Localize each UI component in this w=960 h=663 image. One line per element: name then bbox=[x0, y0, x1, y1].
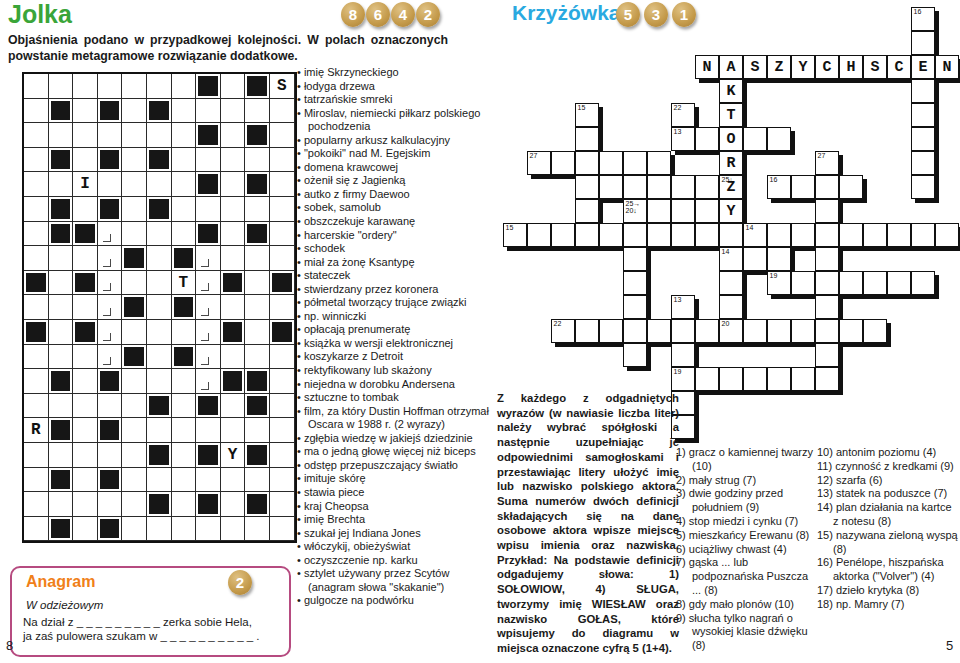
krzyzowka-empty-cell[interactable] bbox=[839, 319, 863, 343]
krzyzowka-empty-cell[interactable] bbox=[647, 199, 671, 223]
krzyzowka-empty-cell[interactable] bbox=[527, 223, 551, 247]
jolka-empty-cell[interactable] bbox=[24, 246, 49, 271]
jolka-empty-cell[interactable] bbox=[196, 295, 221, 320]
jolka-empty-cell[interactable] bbox=[49, 345, 74, 370]
krzyzowka-empty-cell[interactable] bbox=[719, 223, 743, 247]
jolka-empty-cell[interactable] bbox=[270, 222, 295, 247]
jolka-empty-cell[interactable] bbox=[24, 172, 49, 197]
jolka-empty-cell[interactable] bbox=[221, 492, 246, 517]
jolka-empty-cell[interactable] bbox=[147, 271, 172, 296]
krzyzowka-empty-cell[interactable] bbox=[911, 31, 935, 55]
krzyzowka-empty-cell[interactable] bbox=[575, 223, 599, 247]
krzyzowka-empty-cell[interactable] bbox=[863, 223, 887, 247]
krzyzowka-empty-cell[interactable] bbox=[623, 271, 647, 295]
krzyzowka-empty-cell[interactable] bbox=[767, 319, 791, 343]
jolka-empty-cell[interactable] bbox=[122, 271, 147, 296]
krzyzowka-empty-cell[interactable]: 22 bbox=[551, 319, 575, 343]
jolka-empty-cell[interactable] bbox=[147, 246, 172, 271]
jolka-empty-cell[interactable] bbox=[172, 492, 197, 517]
jolka-empty-cell[interactable] bbox=[73, 99, 98, 124]
jolka-empty-cell[interactable] bbox=[122, 222, 147, 247]
jolka-letter-cell-Y: Y bbox=[221, 443, 246, 468]
jolka-empty-cell[interactable] bbox=[49, 246, 74, 271]
krzyzowka-empty-cell[interactable] bbox=[815, 271, 839, 295]
krzyzowka-empty-cell[interactable]: 13 bbox=[671, 127, 695, 151]
jolka-empty-cell[interactable] bbox=[73, 492, 98, 517]
krzyzowka-empty-cell[interactable] bbox=[575, 151, 599, 175]
jolka-empty-cell[interactable] bbox=[24, 369, 49, 394]
jolka-empty-cell[interactable] bbox=[49, 320, 74, 345]
jolka-empty-cell[interactable] bbox=[73, 443, 98, 468]
jolka-empty-cell[interactable] bbox=[24, 222, 49, 247]
krzyzowka-empty-cell[interactable] bbox=[815, 175, 839, 199]
jolka-empty-cell[interactable] bbox=[49, 394, 74, 419]
jolka-empty-cell[interactable] bbox=[122, 517, 147, 542]
krzyzowka-empty-cell[interactable] bbox=[719, 271, 743, 295]
krzyzowka-empty-cell[interactable] bbox=[887, 223, 911, 247]
krzyzowka-given-letter: H bbox=[840, 56, 862, 78]
jolka-clue: • sztylet używany przez Scytów (anagram … bbox=[297, 567, 495, 594]
jolka-empty-cell[interactable] bbox=[49, 295, 74, 320]
jolka-empty-cell[interactable] bbox=[196, 197, 221, 222]
jolka-empty-cell[interactable] bbox=[172, 74, 197, 99]
krzyzowka-empty-cell[interactable] bbox=[719, 295, 743, 319]
krzyzowka-clue: 15) nazywana zieloną wyspą (8) bbox=[817, 529, 960, 557]
page-number-left: 8 bbox=[6, 638, 13, 653]
krzyzowka-entry-number: 16 bbox=[770, 176, 778, 183]
krzyzowka-empty-cell[interactable] bbox=[695, 319, 719, 343]
krzyzowka-empty-cell[interactable] bbox=[911, 271, 935, 295]
krzyzowka-empty-cell[interactable] bbox=[623, 223, 647, 247]
jolka-empty-cell[interactable] bbox=[98, 345, 123, 370]
krzyzowka-empty-cell[interactable] bbox=[767, 367, 791, 391]
krzyzowka-empty-cell[interactable]: 19 bbox=[767, 271, 791, 295]
jolka-empty-cell[interactable] bbox=[122, 197, 147, 222]
krzyzowka-empty-cell[interactable] bbox=[599, 319, 623, 343]
jolka-empty-cell[interactable] bbox=[98, 443, 123, 468]
krzyzowka-empty-cell[interactable] bbox=[839, 175, 863, 199]
jolka-empty-cell[interactable] bbox=[172, 418, 197, 443]
krzyzowka-empty-cell[interactable] bbox=[623, 295, 647, 319]
krzyzowka-given-letter: N bbox=[936, 56, 958, 78]
jolka-empty-cell[interactable] bbox=[24, 492, 49, 517]
krzyzowka-empty-cell[interactable] bbox=[623, 175, 647, 199]
jolka-empty-cell[interactable] bbox=[245, 517, 270, 542]
jolka-empty-cell[interactable] bbox=[196, 468, 221, 493]
jolka-empty-cell[interactable] bbox=[221, 394, 246, 419]
jolka-empty-cell[interactable] bbox=[245, 320, 270, 345]
krzyzowka-empty-cell[interactable] bbox=[647, 175, 671, 199]
krzyzowka-empty-cell[interactable] bbox=[599, 223, 623, 247]
krzyzowka-empty-cell[interactable] bbox=[551, 151, 575, 175]
krzyzowka-empty-cell[interactable]: 22 bbox=[671, 103, 695, 127]
jolka-empty-cell[interactable] bbox=[98, 271, 123, 296]
jolka-black-cell bbox=[245, 74, 270, 99]
jolka-empty-cell[interactable] bbox=[245, 271, 270, 296]
jolka-empty-cell[interactable] bbox=[270, 443, 295, 468]
jolka-empty-cell[interactable] bbox=[24, 123, 49, 148]
jolka-empty-cell[interactable] bbox=[172, 197, 197, 222]
jolka-empty-cell[interactable] bbox=[73, 468, 98, 493]
krzyzowka-letter-cell-S: S bbox=[863, 55, 887, 79]
jolka-empty-cell[interactable] bbox=[172, 320, 197, 345]
jolka-empty-cell[interactable] bbox=[245, 295, 270, 320]
krzyzowka-empty-cell[interactable] bbox=[911, 151, 935, 175]
jolka-empty-cell[interactable] bbox=[245, 99, 270, 124]
jolka-empty-cell[interactable] bbox=[221, 418, 246, 443]
jolka-empty-cell[interactable] bbox=[122, 394, 147, 419]
krzyzowka-empty-cell[interactable] bbox=[671, 319, 695, 343]
jolka-clue: • oczyszczenie np. karku bbox=[297, 554, 495, 568]
krzyzowka-empty-cell[interactable] bbox=[575, 127, 599, 151]
krzyzowka-empty-cell[interactable] bbox=[551, 223, 575, 247]
jolka-empty-cell[interactable] bbox=[221, 172, 246, 197]
krzyzowka-empty-cell[interactable]: 27 bbox=[815, 151, 839, 175]
jolka-clue: • harcerskie "ordery" bbox=[297, 229, 495, 243]
jolka-empty-cell[interactable] bbox=[245, 246, 270, 271]
jolka-clue: • Miroslav, niemiecki piłkarz polskiego … bbox=[297, 107, 495, 134]
krzyzowka-clue: 4) stop miedzi i cynku (7) bbox=[676, 515, 816, 529]
krzyzowka-empty-cell[interactable] bbox=[791, 367, 815, 391]
jolka-empty-cell[interactable] bbox=[270, 172, 295, 197]
jolka-empty-cell[interactable] bbox=[172, 468, 197, 493]
jolka-empty-cell[interactable] bbox=[122, 123, 147, 148]
jolka-empty-cell[interactable] bbox=[172, 394, 197, 419]
page-number-right: 5 bbox=[946, 638, 953, 653]
jolka-empty-cell[interactable] bbox=[24, 468, 49, 493]
jolka-empty-cell[interactable] bbox=[270, 394, 295, 419]
jolka-empty-cell[interactable] bbox=[147, 418, 172, 443]
krzyzowka-empty-cell[interactable] bbox=[671, 199, 695, 223]
jolka-empty-cell[interactable] bbox=[196, 320, 221, 345]
krzyzowka-empty-cell[interactable] bbox=[695, 175, 719, 199]
krzyzowka-empty-cell[interactable] bbox=[863, 319, 887, 343]
jolka-empty-cell[interactable] bbox=[73, 345, 98, 370]
jolka-empty-cell[interactable] bbox=[24, 99, 49, 124]
krzyzowka-empty-cell[interactable] bbox=[623, 247, 647, 271]
jolka-empty-cell[interactable] bbox=[147, 345, 172, 370]
krzyzowka-empty-cell[interactable] bbox=[791, 223, 815, 247]
krzyzowka-empty-cell[interactable] bbox=[623, 319, 647, 343]
jolka-clue: • autko z firmy Daewoo bbox=[297, 188, 495, 202]
jolka-empty-cell[interactable] bbox=[73, 295, 98, 320]
krzyzowka-empty-cell[interactable] bbox=[815, 295, 839, 319]
jolka-empty-cell[interactable] bbox=[98, 246, 123, 271]
krzyzowka-clue: 14) plan działania na kartce z notesu (8… bbox=[817, 501, 960, 529]
jolka-empty-cell[interactable] bbox=[270, 492, 295, 517]
jolka-empty-cell[interactable] bbox=[147, 222, 172, 247]
jolka-empty-cell[interactable] bbox=[73, 369, 98, 394]
jolka-empty-cell[interactable] bbox=[98, 394, 123, 419]
jolka-empty-cell[interactable] bbox=[73, 246, 98, 271]
jolka-empty-cell[interactable] bbox=[122, 320, 147, 345]
jolka-empty-cell[interactable] bbox=[122, 443, 147, 468]
krzyzowka-empty-cell[interactable] bbox=[743, 319, 767, 343]
jolka-empty-cell[interactable] bbox=[172, 172, 197, 197]
jolka-empty-cell[interactable] bbox=[270, 197, 295, 222]
krzyzowka-empty-cell[interactable] bbox=[767, 247, 791, 271]
jolka-empty-cell[interactable] bbox=[172, 99, 197, 124]
jolka-empty-cell[interactable] bbox=[98, 123, 123, 148]
jolka-empty-cell[interactable] bbox=[270, 148, 295, 173]
krzyzowka-empty-cell[interactable] bbox=[719, 367, 743, 391]
krzyzowka-empty-cell[interactable]: 20 bbox=[719, 319, 743, 343]
jolka-empty-cell[interactable] bbox=[147, 320, 172, 345]
krzyzowka-empty-cell[interactable] bbox=[743, 247, 767, 271]
krzyzowka-empty-cell[interactable] bbox=[911, 223, 935, 247]
jolka-empty-cell[interactable] bbox=[98, 222, 123, 247]
jolka-empty-cell[interactable] bbox=[122, 369, 147, 394]
jolka-black-cell bbox=[245, 222, 270, 247]
krzyzowka-empty-cell[interactable] bbox=[791, 271, 815, 295]
jolka-empty-cell[interactable] bbox=[24, 345, 49, 370]
krzyzowka-empty-cell[interactable] bbox=[815, 319, 839, 343]
krzyzowka-empty-cell[interactable]: 13 bbox=[671, 295, 695, 319]
krzyzowka-clue: 13) statek na poduszce (7) bbox=[817, 487, 960, 501]
metagram-corner-mark bbox=[201, 382, 209, 390]
krzyzowka-empty-cell[interactable] bbox=[743, 127, 767, 151]
jolka-empty-cell[interactable] bbox=[270, 468, 295, 493]
krzyzowka-empty-cell[interactable] bbox=[695, 223, 719, 247]
jolka-black-cell bbox=[147, 394, 172, 419]
krzyzowka-empty-cell[interactable] bbox=[599, 151, 623, 175]
jolka-empty-cell[interactable] bbox=[196, 99, 221, 124]
jolka-clue: • gulgocze na podwórku bbox=[297, 594, 495, 608]
anagram-fill-line-1[interactable]: Na dział z _ _ _ _ _ _ _ _ _ zerka sobie… bbox=[23, 616, 252, 628]
jolka-empty-cell[interactable] bbox=[122, 492, 147, 517]
jolka-empty-cell[interactable] bbox=[196, 418, 221, 443]
jolka-black-cell bbox=[147, 99, 172, 124]
jolka-empty-cell[interactable] bbox=[221, 222, 246, 247]
anagram-fill-line-2[interactable]: ja zaś pulowera szukam w _ _ _ _ _ _ _ _… bbox=[23, 630, 260, 642]
jolka-clue: • łodyga drzewa bbox=[297, 80, 495, 94]
jolka-empty-cell[interactable] bbox=[221, 99, 246, 124]
jolka-empty-cell[interactable] bbox=[147, 517, 172, 542]
jolka-black-cell bbox=[245, 172, 270, 197]
jolka-empty-cell[interactable] bbox=[49, 123, 74, 148]
krzyzowka-empty-cell[interactable] bbox=[575, 175, 599, 199]
jolka-empty-cell[interactable] bbox=[245, 418, 270, 443]
jolka-empty-cell[interactable] bbox=[245, 148, 270, 173]
jolka-black-cell bbox=[98, 148, 123, 173]
jolka-black-cell bbox=[49, 517, 74, 542]
krzyzowka-given-letter: T bbox=[720, 104, 742, 126]
krzyzowka-empty-cell[interactable] bbox=[623, 151, 647, 175]
jolka-empty-cell[interactable] bbox=[73, 123, 98, 148]
jolka-empty-cell[interactable] bbox=[270, 246, 295, 271]
jolka-badge-2: 2 bbox=[416, 2, 440, 27]
krzyzowka-empty-cell[interactable]: 16 bbox=[911, 7, 935, 31]
jolka-empty-cell[interactable] bbox=[49, 172, 74, 197]
krzyzowka-empty-cell[interactable] bbox=[911, 175, 935, 199]
jolka-empty-cell[interactable] bbox=[270, 123, 295, 148]
jolka-empty-cell[interactable] bbox=[49, 271, 74, 296]
krzyzowka-empty-cell[interactable] bbox=[911, 103, 935, 127]
jolka-empty-cell[interactable] bbox=[172, 148, 197, 173]
jolka-empty-cell[interactable] bbox=[122, 172, 147, 197]
krzyzowka-empty-cell[interactable]: 27 bbox=[527, 151, 551, 175]
krzyzowka-given-letter: C bbox=[888, 56, 910, 78]
jolka-empty-cell[interactable] bbox=[147, 295, 172, 320]
jolka-empty-cell[interactable] bbox=[270, 99, 295, 124]
jolka-empty-cell[interactable] bbox=[196, 345, 221, 370]
jolka-empty-cell[interactable] bbox=[24, 197, 49, 222]
jolka-empty-cell[interactable] bbox=[98, 320, 123, 345]
jolka-empty-cell[interactable] bbox=[270, 517, 295, 542]
jolka-empty-cell[interactable] bbox=[73, 74, 98, 99]
jolka-empty-cell[interactable] bbox=[147, 468, 172, 493]
jolka-empty-cell[interactable] bbox=[245, 468, 270, 493]
jolka-empty-cell[interactable] bbox=[245, 345, 270, 370]
jolka-empty-cell[interactable] bbox=[270, 345, 295, 370]
krzyzowka-letter-cell-R: R bbox=[719, 151, 743, 175]
jolka-empty-cell[interactable] bbox=[73, 517, 98, 542]
jolka-empty-cell[interactable] bbox=[221, 468, 246, 493]
jolka-empty-cell[interactable] bbox=[24, 517, 49, 542]
krzyzowka-empty-cell[interactable] bbox=[647, 151, 671, 175]
krzyzowka-given-letter: E bbox=[912, 56, 934, 78]
krzyzowka-empty-cell[interactable]: 14 bbox=[719, 247, 743, 271]
krzyzowka-clue: 18) np. Mamry (7) bbox=[817, 598, 960, 612]
jolka-empty-cell[interactable] bbox=[221, 197, 246, 222]
jolka-letter-cell-S: S bbox=[270, 74, 295, 99]
jolka-empty-cell[interactable] bbox=[49, 492, 74, 517]
krzyzowka-empty-cell[interactable]: 15 bbox=[503, 223, 527, 247]
krzyzowka-empty-cell[interactable] bbox=[623, 343, 647, 367]
jolka-empty-cell[interactable] bbox=[24, 74, 49, 99]
krzyzowka-empty-cell[interactable] bbox=[647, 223, 671, 247]
krzyzowka-empty-cell[interactable]: 16 bbox=[767, 175, 791, 199]
krzyzowka-empty-cell[interactable] bbox=[791, 319, 815, 343]
krzyzowka-empty-cell[interactable] bbox=[695, 367, 719, 391]
jolka-black-cell bbox=[98, 197, 123, 222]
jolka-empty-cell[interactable] bbox=[147, 369, 172, 394]
krzyzowka-empty-cell[interactable] bbox=[575, 319, 599, 343]
jolka-empty-cell[interactable] bbox=[196, 369, 221, 394]
jolka-badge-6: 6 bbox=[366, 2, 390, 27]
jolka-empty-cell[interactable] bbox=[172, 123, 197, 148]
jolka-empty-cell[interactable] bbox=[98, 295, 123, 320]
jolka-empty-cell[interactable] bbox=[196, 246, 221, 271]
krzyzowka-empty-cell[interactable] bbox=[911, 79, 935, 103]
krzyzowka-empty-cell[interactable]: 15 bbox=[575, 103, 599, 127]
krzyzowka-empty-cell[interactable] bbox=[791, 175, 815, 199]
jolka-empty-cell[interactable] bbox=[270, 418, 295, 443]
jolka-empty-cell[interactable] bbox=[221, 517, 246, 542]
krzyzowka-letter-cell-K: K bbox=[719, 79, 743, 103]
jolka-empty-cell[interactable] bbox=[122, 418, 147, 443]
jolka-empty-cell[interactable] bbox=[147, 74, 172, 99]
jolka-empty-cell[interactable] bbox=[221, 295, 246, 320]
jolka-empty-cell[interactable] bbox=[24, 148, 49, 173]
jolka-empty-cell[interactable] bbox=[122, 468, 147, 493]
jolka-empty-cell[interactable] bbox=[172, 517, 197, 542]
krzyzowka-letter-cell-Y: Y bbox=[791, 55, 815, 79]
jolka-empty-cell[interactable] bbox=[49, 443, 74, 468]
krzyzowka-empty-cell[interactable] bbox=[695, 199, 719, 223]
jolka-empty-cell[interactable] bbox=[270, 295, 295, 320]
krzyzowka-empty-cell[interactable] bbox=[671, 223, 695, 247]
jolka-intro-text: Objaśnienia podano w przypadkowej kolejn… bbox=[8, 33, 448, 64]
krzyzowka-empty-cell[interactable] bbox=[839, 223, 863, 247]
jolka-letter-cell-T: T bbox=[172, 271, 197, 296]
krzyzowka-empty-cell[interactable] bbox=[887, 271, 911, 295]
krzyzowka-empty-cell[interactable] bbox=[815, 343, 839, 367]
jolka-empty-cell[interactable] bbox=[98, 74, 123, 99]
krzyzowka-empty-cell[interactable] bbox=[671, 343, 695, 367]
jolka-empty-cell[interactable] bbox=[122, 74, 147, 99]
jolka-empty-cell[interactable] bbox=[172, 222, 197, 247]
krzyzowka-empty-cell[interactable] bbox=[743, 367, 767, 391]
krzyzowka-empty-cell[interactable] bbox=[839, 271, 863, 295]
krzyzowka-given-letter: Y bbox=[720, 200, 742, 222]
jolka-empty-cell[interactable] bbox=[270, 369, 295, 394]
jolka-empty-cell[interactable] bbox=[73, 197, 98, 222]
jolka-empty-cell[interactable] bbox=[73, 394, 98, 419]
krzyzowka-empty-cell[interactable] bbox=[935, 223, 959, 247]
krzyzowka-empty-cell[interactable]: 25→ 20↓ bbox=[623, 199, 647, 223]
jolka-empty-cell[interactable] bbox=[196, 148, 221, 173]
jolka-empty-cell[interactable] bbox=[98, 172, 123, 197]
jolka-empty-cell[interactable] bbox=[172, 443, 197, 468]
anagram-badge: 2 bbox=[228, 570, 252, 595]
anagram-title: Anagram bbox=[26, 573, 95, 591]
krzyzowka-empty-cell[interactable] bbox=[767, 223, 791, 247]
jolka-empty-cell[interactable] bbox=[49, 74, 74, 99]
jolka-empty-cell[interactable] bbox=[122, 148, 147, 173]
jolka-empty-cell[interactable] bbox=[147, 123, 172, 148]
jolka-empty-cell[interactable] bbox=[172, 369, 197, 394]
jolka-empty-cell[interactable] bbox=[196, 271, 221, 296]
jolka-empty-cell[interactable] bbox=[221, 345, 246, 370]
jolka-empty-cell[interactable] bbox=[98, 492, 123, 517]
krzyzowka-empty-cell[interactable] bbox=[647, 319, 671, 343]
krzyzowka-empty-cell[interactable] bbox=[815, 199, 839, 223]
krzyzowka-empty-cell[interactable] bbox=[863, 271, 887, 295]
krzyzowka-empty-cell[interactable]: 14 bbox=[743, 223, 767, 247]
krzyzowka-empty-cell[interactable]: 19 bbox=[671, 367, 695, 391]
krzyzowka-empty-cell[interactable] bbox=[815, 247, 839, 271]
jolka-empty-cell[interactable] bbox=[24, 295, 49, 320]
jolka-empty-cell[interactable] bbox=[196, 517, 221, 542]
jolka-empty-cell[interactable] bbox=[221, 74, 246, 99]
krzyzowka-empty-cell[interactable] bbox=[599, 175, 623, 199]
jolka-empty-cell[interactable] bbox=[221, 246, 246, 271]
jolka-empty-cell[interactable] bbox=[245, 197, 270, 222]
krzyzowka-given-letter: S bbox=[744, 56, 766, 78]
krzyzowka-empty-cell[interactable] bbox=[815, 223, 839, 247]
krzyzowka-empty-cell[interactable] bbox=[815, 367, 839, 391]
jolka-empty-cell[interactable] bbox=[73, 418, 98, 443]
jolka-empty-cell[interactable] bbox=[24, 443, 49, 468]
krzyzowka-entry-number: 13 bbox=[674, 296, 682, 303]
jolka-empty-cell[interactable] bbox=[147, 172, 172, 197]
jolka-empty-cell[interactable] bbox=[221, 123, 246, 148]
jolka-empty-cell[interactable] bbox=[122, 99, 147, 124]
jolka-empty-cell[interactable] bbox=[73, 148, 98, 173]
krzyzowka-empty-cell[interactable] bbox=[695, 127, 719, 151]
jolka-empty-cell[interactable] bbox=[221, 148, 246, 173]
jolka-black-cell bbox=[196, 222, 221, 247]
krzyzowka-empty-cell[interactable] bbox=[671, 175, 695, 199]
jolka-empty-cell[interactable] bbox=[24, 394, 49, 419]
jolka-black-cell bbox=[172, 295, 197, 320]
krzyzowka-empty-cell[interactable] bbox=[767, 127, 791, 151]
jolka-badge-row: 8642 bbox=[341, 2, 440, 27]
krzyzowka-empty-cell[interactable] bbox=[911, 127, 935, 151]
krzyzowka-clue: 10) antonim poziomu (4) bbox=[817, 446, 960, 460]
krzyzowka-empty-cell[interactable] bbox=[575, 199, 599, 223]
